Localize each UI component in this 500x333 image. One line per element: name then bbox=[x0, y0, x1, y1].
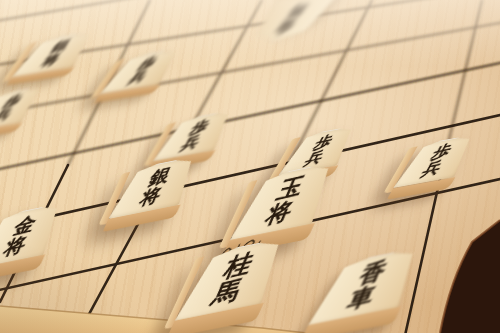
table-corner bbox=[440, 220, 500, 333]
grid-lines-far bbox=[0, 0, 500, 165]
shogi-board-photo: 金将 銀将 歩兵 歩兵 歩兵 歩兵 歩兵 銀将 金将 bbox=[0, 0, 500, 333]
